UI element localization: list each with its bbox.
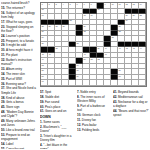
clue-number: 54. — [1, 142, 6, 146]
grid-cell[interactable] — [97, 80, 104, 86]
clue-number: 41. — [113, 90, 118, 94]
clue-number: 48. — [1, 110, 6, 114]
clue-item: 33. Album entry — [1, 67, 37, 71]
cell-number: 50 — [83, 58, 85, 61]
clue-item: 16. Subject of an apology from Indy — [1, 11, 37, 20]
below-grid-column-a: 57. Spot58. Stable diet59. Fan sound60. … — [40, 90, 74, 149]
clue-number: 29. — [1, 43, 6, 47]
grid-cell[interactable] — [62, 80, 69, 86]
cell-number: 15 — [41, 8, 43, 11]
clue-number: 13. — [77, 128, 82, 132]
clue-number: 42. — [113, 95, 118, 99]
grid-cell[interactable] — [111, 80, 118, 86]
clue-item: 45. Store sign — [1, 105, 37, 109]
clue-item: 15. The returnee? — [1, 6, 37, 10]
clue-item: 61. Goes on and on — [40, 109, 74, 113]
clue-item: 29. It might be odd — [1, 43, 37, 47]
cell-number: 60 — [118, 75, 120, 78]
clue-item: coarse-haired brush? — [1, 1, 37, 5]
cell-number: 41 — [118, 47, 120, 50]
clue-item: 60. Pea's place — [40, 105, 74, 109]
cell-number: 36 — [41, 42, 43, 45]
clue-number: 35. — [1, 77, 6, 81]
clue-number: 11. — [77, 118, 82, 122]
cell-number: 4 — [62, 3, 63, 6]
clue-number: 12. — [77, 123, 82, 127]
cell-number: 51 — [90, 58, 92, 61]
clue-number: 2. — [40, 125, 43, 129]
down-section-header: DOWN — [40, 115, 74, 120]
cell-number: 27 — [55, 25, 57, 28]
clue-number: 57. — [40, 90, 45, 94]
clue-item: 9. Part of a barbecue tool — [77, 104, 110, 113]
clue-item: 59. Fan sound — [40, 100, 74, 104]
cell-number: 45 — [41, 53, 43, 56]
grid-cell[interactable]: 61 — [41, 80, 48, 86]
clue-number: 30. — [1, 48, 6, 52]
cell-number: 14 — [139, 3, 141, 6]
clue-item: 43. Neckwear for a dog or a dogface — [113, 100, 149, 109]
clue-item: 10. German clock — [77, 113, 110, 117]
cell-number: 59 — [76, 75, 78, 78]
clue-number: 8. — [77, 95, 80, 99]
clue-number: 61. — [40, 109, 45, 113]
cell-number: 8 — [90, 3, 91, 6]
clue-number: 33. — [1, 67, 6, 71]
clue-number: 15. — [1, 6, 6, 10]
clue-number: 36. — [1, 82, 6, 86]
clue-number: 31. — [1, 53, 6, 57]
clue-number: 24. — [1, 34, 6, 38]
cell-number: 54 — [76, 64, 78, 67]
clue-item: 1. Some saves — [40, 120, 74, 124]
clue-number: 39. — [1, 100, 6, 104]
cell-number: 11 — [118, 3, 120, 6]
cell-number: 58 — [41, 75, 43, 78]
clue-number: 58. — [40, 95, 45, 99]
grid-cell[interactable] — [132, 80, 139, 86]
clue-item: 11. Disney fan — [77, 118, 110, 122]
clue-item: 13. Folding beds — [77, 128, 110, 132]
cell-number: 22 — [139, 14, 141, 17]
cell-number: 43 — [132, 47, 134, 50]
clue-number: 43. — [113, 100, 118, 104]
cell-number: 29 — [83, 25, 85, 28]
cell-number: 53 — [41, 64, 43, 67]
clue-item: 49. Many unknown Johns and Janes — [1, 119, 37, 128]
clue-number: 34. — [1, 72, 6, 76]
clue-number: 59. — [40, 100, 45, 104]
clue-number: 7. — [77, 90, 80, 94]
clue-number: 9. — [77, 104, 80, 108]
clue-item: 54. Label — [1, 142, 37, 146]
clue-number: 3. — [40, 134, 43, 138]
clue-item: 44. "Beans and that rose?" sprout — [113, 109, 149, 118]
clue-item: 38. Kind of abuse — [1, 96, 37, 100]
below-grid-column-c: 41. Beyond bounds42. Mediterranean sail4… — [113, 90, 149, 149]
clue-number: 10. — [77, 113, 82, 117]
cell-number: 40 — [104, 47, 106, 50]
clue-item: 50. Like a brand-new trial — [1, 128, 37, 132]
clue-item: 57. Spot — [40, 90, 74, 94]
cell-number: 20 — [125, 14, 127, 17]
cell-number: 31 — [41, 30, 43, 33]
clue-item: 24. Learner's position — [1, 34, 37, 38]
cell-number: 16 — [97, 8, 99, 11]
clue-item: 32. Barber's instruction manual? — [1, 58, 37, 67]
clue-item: 42. Mediterranean sail — [113, 95, 149, 99]
cell-number: 2 — [48, 3, 49, 6]
clue-number: 49. — [1, 119, 6, 123]
clue-item: 31. Pie plant — [1, 53, 37, 57]
clue-item: 55. Convalescent — [1, 147, 37, 149]
clue-item: 58. Stable diet — [40, 95, 74, 99]
grid-cell[interactable] — [55, 80, 62, 86]
clue-item: 25. Frequent, to a fanatic — [1, 39, 37, 43]
cell-number: 46 — [48, 53, 50, 56]
clue-number: 37. — [1, 86, 6, 90]
clue-item: 48. "Modern Day Bonnie and Clyde"? — [1, 110, 37, 119]
grid-cell[interactable] — [83, 80, 90, 86]
clue-number: 32. — [1, 58, 6, 62]
grid-cell[interactable] — [139, 80, 146, 86]
clue-item: 23. Stopped sleeping on the floor? — [1, 25, 37, 34]
cell-number: 44 — [139, 47, 141, 50]
cell-number: 18 — [83, 14, 85, 17]
cell-number: 39 — [97, 47, 99, 50]
clue-item: 41. Beyond bounds — [113, 90, 149, 94]
grid-cell[interactable] — [90, 80, 97, 86]
cell-number: 9 — [104, 3, 105, 6]
grid-cell[interactable] — [118, 80, 125, 86]
cell-number: 32 — [83, 30, 85, 33]
clue-number: 44. — [113, 109, 118, 113]
cell-number: 56 — [76, 69, 78, 72]
clue-item: 39. Gets a bonus — [1, 100, 37, 104]
clue-number: 4. — [40, 143, 43, 147]
clue-number: 1. — [40, 120, 43, 124]
cell-number: 25 — [41, 25, 43, 28]
across-clues-left-column: coarse-haired brush?15. The returnee?16.… — [1, 1, 37, 149]
cell-number: 57 — [118, 69, 120, 72]
clue-item: 35. Part of WWI — [1, 77, 37, 81]
cell-number: 5 — [69, 3, 70, 6]
cell-number: 42 — [125, 47, 127, 50]
clue-number: 53. — [1, 133, 6, 137]
clue-number: 38. — [1, 96, 6, 100]
grid-cell[interactable] — [48, 80, 55, 86]
cell-number: 13 — [132, 3, 134, 6]
clue-item: 36. Evening wear? — [1, 82, 37, 86]
clue-item: 53. Prepare to end an engagement — [1, 133, 37, 142]
crossword-grid[interactable]: 1234567891011121314151617181920212223242… — [40, 2, 147, 87]
clue-number: 25. — [1, 39, 6, 43]
cell-number: 24 — [125, 19, 127, 22]
clue-number: 45. — [1, 105, 6, 109]
clue-item: 30. A hero might have it — [1, 48, 37, 52]
grid-cell[interactable] — [125, 80, 132, 86]
clue-item: 17. What he says, goes — [1, 20, 37, 24]
cell-number: 35 — [111, 36, 113, 39]
clue-item: 7. Noble entry — [77, 90, 110, 94]
grid-cell[interactable] — [69, 80, 76, 86]
cell-number: 26 — [48, 25, 50, 28]
cell-number: 1 — [41, 3, 42, 6]
cell-number: 48 — [104, 53, 106, 56]
clue-number: 50. — [1, 128, 6, 132]
grid-cell[interactable] — [76, 80, 83, 86]
clue-item: 12. Para bailar — [77, 123, 110, 127]
clue-number: 16. — [1, 11, 6, 15]
clue-number: 17. — [1, 20, 6, 24]
cell-number: 37 — [76, 42, 78, 45]
cell-number: 23 — [69, 19, 71, 22]
cell-number: 6 — [76, 3, 77, 6]
clue-number: 23. — [1, 25, 6, 29]
clue-item: 2. Blackmore's "___ Doone" — [40, 125, 74, 134]
clue-item: 3. Triton's daughter in a Disney film — [40, 134, 74, 143]
cell-number: 3 — [55, 3, 56, 6]
cell-number: 34 — [41, 36, 43, 39]
below-grid-column-b: 7. Noble entry8. The inner races of West… — [77, 90, 110, 149]
cell-number: 55 — [41, 69, 43, 72]
cell-number: 19 — [90, 14, 92, 17]
grid-cell[interactable] — [104, 80, 111, 86]
cell-number: 30 — [118, 25, 120, 28]
cell-number: 7 — [83, 3, 84, 6]
cell-number: 38 — [55, 47, 57, 50]
clue-number: 55. — [1, 147, 6, 149]
clue-item: 4. "...bet blaze in the game" — [40, 143, 74, 149]
cell-number: 17 — [41, 14, 43, 17]
cell-number: 52 — [97, 58, 99, 61]
cell-number: 33 — [118, 30, 120, 33]
cell-number: 10 — [111, 3, 113, 6]
cell-number: 61 — [41, 80, 43, 83]
cell-number: 12 — [125, 3, 127, 6]
cell-number: 21 — [132, 14, 134, 17]
cell-number: 49 — [41, 58, 43, 61]
cell-number: 47 — [83, 53, 85, 56]
clue-item: 8. The inner races of Western Milky — [77, 95, 110, 104]
cell-number: 28 — [62, 25, 64, 28]
clue-number: 60. — [40, 105, 45, 109]
clue-item: 37. She and Nicole lived a Simple Life — [1, 86, 37, 95]
clue-item: 34. The inner skin — [1, 72, 37, 76]
